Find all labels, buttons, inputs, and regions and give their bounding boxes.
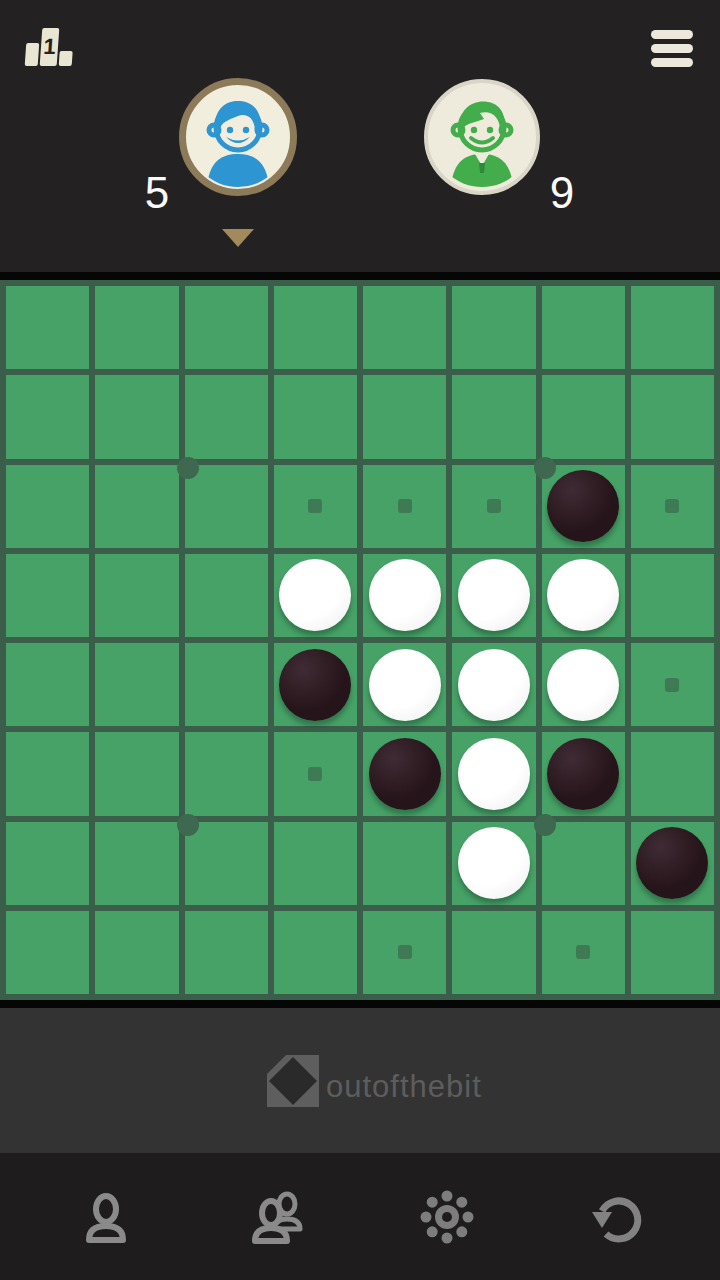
cell-a1[interactable] (6, 286, 89, 369)
legal-move-hint-f3[interactable] (487, 499, 501, 513)
cell-c8[interactable] (185, 911, 268, 994)
cell-e7[interactable] (363, 822, 446, 905)
player-two-score: 9 (538, 168, 586, 218)
cell-g3[interactable] (542, 465, 625, 548)
cell-a8[interactable] (6, 911, 89, 994)
two-players-button[interactable] (244, 1186, 308, 1250)
cell-e6[interactable] (363, 732, 446, 815)
cell-b7[interactable] (95, 822, 178, 905)
cell-f6[interactable] (452, 732, 535, 815)
legal-move-hint-g8[interactable] (576, 945, 590, 959)
player-one-score: 5 (133, 168, 181, 218)
gear-icon (419, 1190, 475, 1246)
black-disc-e6 (369, 738, 441, 810)
cell-b1[interactable] (95, 286, 178, 369)
cell-b6[interactable] (95, 732, 178, 815)
cell-h8[interactable] (631, 911, 714, 994)
black-disc-g3 (547, 470, 619, 542)
cell-d8[interactable] (274, 911, 357, 994)
white-disc-g5 (547, 649, 619, 721)
cell-h4[interactable] (631, 554, 714, 637)
white-disc-f5 (458, 649, 530, 721)
cell-h7[interactable] (631, 822, 714, 905)
leaderboard-icon[interactable]: 1 (25, 28, 75, 66)
menu-bar (651, 44, 693, 53)
legal-move-hint-d6[interactable] (308, 767, 322, 781)
cell-f3[interactable] (452, 465, 535, 548)
cell-a3[interactable] (6, 465, 89, 548)
star-point (534, 814, 556, 836)
cell-b3[interactable] (95, 465, 178, 548)
cell-d7[interactable] (274, 822, 357, 905)
cell-g2[interactable] (542, 375, 625, 458)
white-disc-d4 (279, 559, 351, 631)
restart-undo-button[interactable] (586, 1186, 650, 1250)
brand-band: outofthebit (0, 1008, 720, 1153)
cell-h3[interactable] (631, 465, 714, 548)
cell-d1[interactable] (274, 286, 357, 369)
cell-f8[interactable] (452, 911, 535, 994)
cell-b2[interactable] (95, 375, 178, 458)
cell-g1[interactable] (542, 286, 625, 369)
cell-a7[interactable] (6, 822, 89, 905)
cell-d5[interactable] (274, 643, 357, 726)
green-person-icon (432, 87, 532, 187)
undo-arrow-icon (590, 1190, 646, 1246)
cell-h6[interactable] (631, 732, 714, 815)
cell-a4[interactable] (6, 554, 89, 637)
cell-b5[interactable] (95, 643, 178, 726)
cell-e8[interactable] (363, 911, 446, 994)
star-point (177, 814, 199, 836)
white-disc-e4 (369, 559, 441, 631)
brand-name: outofthebit (326, 1069, 482, 1105)
single-player-button[interactable] (74, 1186, 138, 1250)
cell-h2[interactable] (631, 375, 714, 458)
cell-e4[interactable] (363, 554, 446, 637)
cell-e2[interactable] (363, 375, 446, 458)
legal-move-hint-e3[interactable] (398, 499, 412, 513)
cell-c6[interactable] (185, 732, 268, 815)
othello-app: 1 5 (0, 0, 720, 1280)
legal-move-hint-h5[interactable] (665, 678, 679, 692)
cell-h1[interactable] (631, 286, 714, 369)
cell-g4[interactable] (542, 554, 625, 637)
cell-d4[interactable] (274, 554, 357, 637)
cell-g8[interactable] (542, 911, 625, 994)
cell-g6[interactable] (542, 732, 625, 815)
white-disc-e5 (369, 649, 441, 721)
cell-c3[interactable] (185, 465, 268, 548)
bottom-toolbar (0, 1153, 720, 1280)
podium-bar-center: 1 (40, 28, 60, 66)
cell-e3[interactable] (363, 465, 446, 548)
legal-move-hint-h3[interactable] (665, 499, 679, 513)
leaderboard-rank: 1 (43, 36, 57, 58)
cell-d2[interactable] (274, 375, 357, 458)
podium-bar-right (59, 51, 73, 66)
cell-h5[interactable] (631, 643, 714, 726)
cell-a6[interactable] (6, 732, 89, 815)
star-point (177, 457, 199, 479)
legal-move-hint-e8[interactable] (398, 945, 412, 959)
cell-a2[interactable] (6, 375, 89, 458)
cell-c5[interactable] (185, 643, 268, 726)
blue-person-icon (188, 87, 288, 187)
cell-f1[interactable] (452, 286, 535, 369)
menu-bar (651, 30, 693, 39)
cell-f4[interactable] (452, 554, 535, 637)
cell-f5[interactable] (452, 643, 535, 726)
person-icon (78, 1190, 134, 1246)
cell-c7[interactable] (185, 822, 268, 905)
cell-g5[interactable] (542, 643, 625, 726)
cell-e1[interactable] (363, 286, 446, 369)
cell-f2[interactable] (452, 375, 535, 458)
cell-g7[interactable] (542, 822, 625, 905)
settings-gear-button[interactable] (415, 1186, 479, 1250)
cell-b4[interactable] (95, 554, 178, 637)
outofthebit-logo-icon (267, 1055, 319, 1107)
black-disc-d5 (279, 649, 351, 721)
podium-bar-left (25, 43, 40, 66)
white-disc-f6 (458, 738, 530, 810)
cell-c2[interactable] (185, 375, 268, 458)
cell-f7[interactable] (452, 822, 535, 905)
top-bar: 1 5 (0, 0, 720, 272)
white-disc-f4 (458, 559, 530, 631)
cell-c1[interactable] (185, 286, 268, 369)
white-disc-f7 (458, 827, 530, 899)
cell-d6[interactable] (274, 732, 357, 815)
player-two-avatar[interactable] (424, 79, 540, 195)
cell-b8[interactable] (95, 911, 178, 994)
white-disc-g4 (547, 559, 619, 631)
cell-c4[interactable] (185, 554, 268, 637)
cell-d3[interactable] (274, 465, 357, 548)
star-point (534, 457, 556, 479)
turn-indicator-arrow (222, 229, 254, 247)
hamburger-menu-icon[interactable] (651, 30, 693, 72)
othello-board (0, 280, 720, 1000)
menu-bar (651, 58, 693, 67)
black-disc-h7 (636, 827, 708, 899)
player-one-avatar[interactable] (179, 78, 297, 196)
cell-e5[interactable] (363, 643, 446, 726)
black-disc-g6 (547, 738, 619, 810)
two-persons-icon (248, 1190, 304, 1246)
legal-move-hint-d3[interactable] (308, 499, 322, 513)
board-frame (0, 272, 720, 1008)
cell-a5[interactable] (6, 643, 89, 726)
